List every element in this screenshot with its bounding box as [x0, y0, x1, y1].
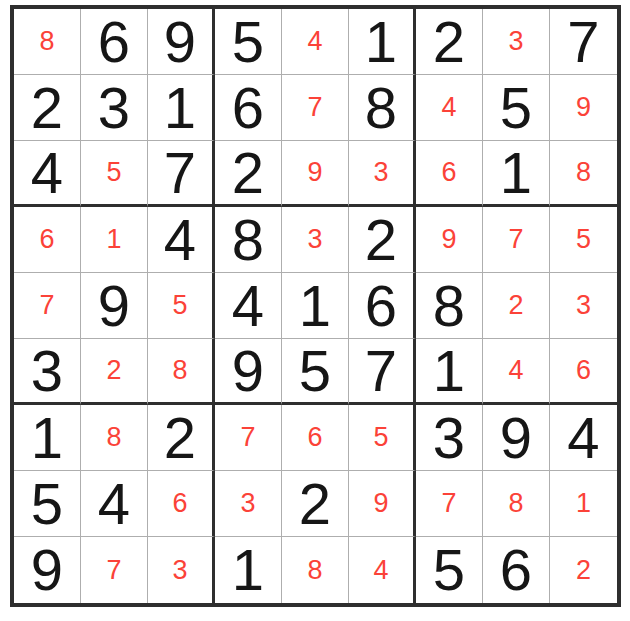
- cell-r7c8[interactable]: 9: [483, 405, 550, 471]
- cell-r8c1[interactable]: 5: [14, 471, 81, 537]
- cell-r5c1[interactable]: 7: [14, 273, 81, 339]
- cell-r6c8[interactable]: 4: [483, 339, 550, 405]
- solved-digit: 7: [441, 490, 456, 517]
- cell-r3c1[interactable]: 4: [14, 141, 81, 207]
- given-digit: 1: [299, 277, 331, 335]
- cell-r7c2[interactable]: 8: [81, 405, 148, 471]
- given-digit: 5: [232, 13, 264, 71]
- solved-digit: 3: [240, 490, 255, 517]
- solved-digit: 9: [576, 94, 591, 121]
- cell-r8c5[interactable]: 2: [282, 471, 349, 537]
- cell-r5c4[interactable]: 4: [215, 273, 282, 339]
- cell-r7c5[interactable]: 6: [282, 405, 349, 471]
- cell-r3c5[interactable]: 9: [282, 141, 349, 207]
- solved-digit: 7: [39, 292, 54, 319]
- cell-r6c9[interactable]: 6: [550, 339, 617, 405]
- solved-digit: 2: [576, 557, 591, 584]
- cell-r2c5[interactable]: 7: [282, 75, 349, 141]
- cell-r6c5[interactable]: 5: [282, 339, 349, 405]
- given-digit: 4: [567, 409, 599, 467]
- cell-r4c2[interactable]: 1: [81, 207, 148, 273]
- cell-r3c2[interactable]: 5: [81, 141, 148, 207]
- solved-digit: 8: [576, 159, 591, 186]
- solved-digit: 7: [106, 557, 121, 584]
- solved-digit: 3: [172, 557, 187, 584]
- given-digit: 4: [232, 277, 264, 335]
- solved-digit: 9: [307, 159, 322, 186]
- cell-r3c3[interactable]: 7: [148, 141, 215, 207]
- solved-digit: 4: [307, 28, 322, 55]
- given-digit: 6: [232, 79, 264, 137]
- given-digit: 9: [98, 277, 130, 335]
- given-digit: 6: [365, 277, 397, 335]
- solved-digit: 5: [172, 292, 187, 319]
- cell-r2c4[interactable]: 6: [215, 75, 282, 141]
- cell-r2c8[interactable]: 5: [483, 75, 550, 141]
- cell-r8c3[interactable]: 6: [148, 471, 215, 537]
- cell-r1c3[interactable]: 9: [148, 9, 215, 75]
- given-digit: 2: [31, 79, 63, 137]
- solved-digit: 9: [441, 226, 456, 253]
- cell-r5c6[interactable]: 6: [349, 273, 416, 339]
- cell-r3c7[interactable]: 6: [416, 141, 483, 207]
- solved-digit: 6: [39, 226, 54, 253]
- solved-digit: 7: [307, 94, 322, 121]
- solved-digit: 3: [373, 159, 388, 186]
- cell-r9c6[interactable]: 4: [349, 537, 416, 603]
- solved-digit: 6: [172, 490, 187, 517]
- cell-r3c6[interactable]: 3: [349, 141, 416, 207]
- given-digit: 6: [98, 13, 130, 71]
- cell-r9c5[interactable]: 8: [282, 537, 349, 603]
- solved-digit: 3: [508, 28, 523, 55]
- cell-r4c7[interactable]: 9: [416, 207, 483, 273]
- cell-r5c8[interactable]: 2: [483, 273, 550, 339]
- given-digit: 9: [164, 13, 196, 71]
- given-digit: 8: [433, 277, 465, 335]
- solved-digit: 8: [508, 490, 523, 517]
- cell-r4c8[interactable]: 7: [483, 207, 550, 273]
- cell-r5c9[interactable]: 3: [550, 273, 617, 339]
- given-digit: 7: [567, 13, 599, 71]
- cell-r4c3[interactable]: 4: [148, 207, 215, 273]
- cell-r7c4[interactable]: 7: [215, 405, 282, 471]
- solved-digit: 6: [441, 159, 456, 186]
- cell-r9c8[interactable]: 6: [483, 537, 550, 603]
- cell-r5c5[interactable]: 1: [282, 273, 349, 339]
- solved-digit: 7: [240, 424, 255, 451]
- given-digit: 5: [500, 79, 532, 137]
- page: 8695412372316784594572936186148329757954…: [0, 0, 630, 621]
- cell-r2c1[interactable]: 2: [14, 75, 81, 141]
- given-digit: 9: [31, 541, 63, 599]
- cell-r4c9[interactable]: 5: [550, 207, 617, 273]
- given-digit: 8: [232, 211, 264, 269]
- cell-r6c6[interactable]: 7: [349, 339, 416, 405]
- solved-digit: 2: [106, 357, 121, 384]
- cell-r3c9[interactable]: 8: [550, 141, 617, 207]
- given-digit: 7: [164, 144, 196, 202]
- given-digit: 1: [31, 409, 63, 467]
- given-digit: 2: [299, 475, 331, 533]
- solved-digit: 5: [576, 226, 591, 253]
- cell-r1c5[interactable]: 4: [282, 9, 349, 75]
- given-digit: 9: [500, 409, 532, 467]
- cell-r2c3[interactable]: 1: [148, 75, 215, 141]
- solved-digit: 3: [576, 292, 591, 319]
- cell-r6c4[interactable]: 9: [215, 339, 282, 405]
- given-digit: 1: [500, 144, 532, 202]
- solved-digit: 8: [39, 28, 54, 55]
- solved-digit: 4: [508, 357, 523, 384]
- given-digit: 3: [433, 409, 465, 467]
- given-digit: 4: [164, 211, 196, 269]
- solved-digit: 6: [307, 424, 322, 451]
- cell-r2c7[interactable]: 4: [416, 75, 483, 141]
- cell-r7c3[interactable]: 2: [148, 405, 215, 471]
- cell-r6c1[interactable]: 3: [14, 339, 81, 405]
- given-digit: 5: [31, 475, 63, 533]
- cell-r1c6[interactable]: 1: [349, 9, 416, 75]
- given-digit: 5: [299, 342, 331, 400]
- given-digit: 7: [365, 342, 397, 400]
- solved-digit: 9: [373, 490, 388, 517]
- cell-r1c1[interactable]: 8: [14, 9, 81, 75]
- cell-r8c8[interactable]: 8: [483, 471, 550, 537]
- solved-digit: 5: [373, 424, 388, 451]
- cell-r5c2[interactable]: 9: [81, 273, 148, 339]
- given-digit: 3: [31, 342, 63, 400]
- given-digit: 4: [98, 475, 130, 533]
- solved-digit: 1: [576, 490, 591, 517]
- cell-r1c7[interactable]: 2: [416, 9, 483, 75]
- cell-r3c8[interactable]: 1: [483, 141, 550, 207]
- cell-r7c1[interactable]: 1: [14, 405, 81, 471]
- solved-digit: 8: [106, 424, 121, 451]
- cell-r7c7[interactable]: 3: [416, 405, 483, 471]
- given-digit: 2: [365, 211, 397, 269]
- cell-r2c9[interactable]: 9: [550, 75, 617, 141]
- cell-r1c2[interactable]: 6: [81, 9, 148, 75]
- cell-r1c4[interactable]: 5: [215, 9, 282, 75]
- cell-r9c9[interactable]: 2: [550, 537, 617, 603]
- given-digit: 2: [433, 13, 465, 71]
- given-digit: 4: [31, 144, 63, 202]
- cell-r7c9[interactable]: 4: [550, 405, 617, 471]
- solved-digit: 4: [441, 94, 456, 121]
- cell-r6c7[interactable]: 1: [416, 339, 483, 405]
- cell-r9c2[interactable]: 7: [81, 537, 148, 603]
- given-digit: 9: [232, 342, 264, 400]
- cell-r6c3[interactable]: 8: [148, 339, 215, 405]
- cell-r7c6[interactable]: 5: [349, 405, 416, 471]
- solved-digit: 8: [172, 357, 187, 384]
- cell-r4c5[interactable]: 3: [282, 207, 349, 273]
- cell-r9c3[interactable]: 3: [148, 537, 215, 603]
- solved-digit: 6: [576, 357, 591, 384]
- cell-r4c4[interactable]: 8: [215, 207, 282, 273]
- solved-digit: 3: [307, 226, 322, 253]
- given-digit: 6: [500, 541, 532, 599]
- solved-digit: 5: [106, 159, 121, 186]
- cell-r9c1[interactable]: 9: [14, 537, 81, 603]
- solved-digit: 2: [508, 292, 523, 319]
- cell-r2c6[interactable]: 8: [349, 75, 416, 141]
- cell-r8c6[interactable]: 9: [349, 471, 416, 537]
- cell-r2c2[interactable]: 3: [81, 75, 148, 141]
- solved-digit: 4: [373, 557, 388, 584]
- cell-r4c6[interactable]: 2: [349, 207, 416, 273]
- cell-r1c8[interactable]: 3: [483, 9, 550, 75]
- given-digit: 1: [164, 79, 196, 137]
- cell-r5c7[interactable]: 8: [416, 273, 483, 339]
- cell-r8c9[interactable]: 1: [550, 471, 617, 537]
- cell-r8c2[interactable]: 4: [81, 471, 148, 537]
- solved-digit: 1: [106, 226, 121, 253]
- cell-r4c1[interactable]: 6: [14, 207, 81, 273]
- solved-digit: 7: [508, 226, 523, 253]
- given-digit: 2: [164, 409, 196, 467]
- given-digit: 2: [232, 144, 264, 202]
- cell-r9c4[interactable]: 1: [215, 537, 282, 603]
- given-digit: 1: [365, 13, 397, 71]
- cell-r1c9[interactable]: 7: [550, 9, 617, 75]
- solved-digit: 8: [307, 557, 322, 584]
- cell-r9c7[interactable]: 5: [416, 537, 483, 603]
- cell-r3c4[interactable]: 2: [215, 141, 282, 207]
- given-digit: 1: [232, 541, 264, 599]
- cell-r8c7[interactable]: 7: [416, 471, 483, 537]
- sudoku-board: 8695412372316784594572936186148329757954…: [10, 5, 621, 607]
- cell-r5c3[interactable]: 5: [148, 273, 215, 339]
- cell-r8c4[interactable]: 3: [215, 471, 282, 537]
- given-digit: 1: [433, 342, 465, 400]
- given-digit: 8: [365, 79, 397, 137]
- cell-r6c2[interactable]: 2: [81, 339, 148, 405]
- given-digit: 5: [433, 541, 465, 599]
- given-digit: 3: [98, 79, 130, 137]
